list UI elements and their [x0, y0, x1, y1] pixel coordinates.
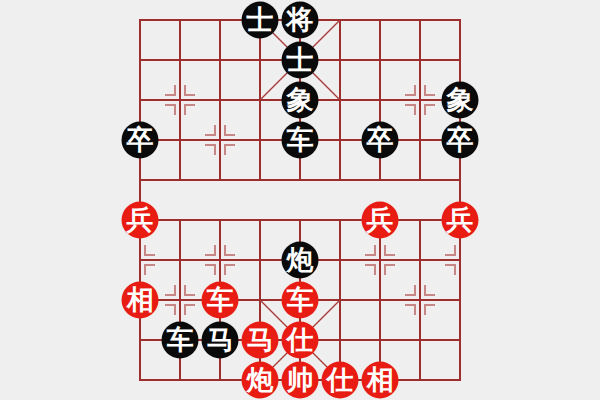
board-point-e7[interactable]: 车 [280, 120, 320, 160]
board-point-f2[interactable] [320, 320, 360, 360]
black-advisor[interactable]: 士 [242, 2, 279, 39]
board-point-g6[interactable] [360, 160, 400, 200]
board-point-d3[interactable] [240, 280, 280, 320]
board-point-b7[interactable] [160, 120, 200, 160]
xiangqi-board: 士将士象象卒车卒卒兵兵兵炮相车车车马马仕炮帅仕相 [120, 0, 480, 400]
board-point-c3[interactable]: 车 [200, 280, 240, 320]
black-advisor[interactable]: 士 [282, 42, 319, 79]
board-point-b9[interactable] [160, 40, 200, 80]
red-general[interactable]: 帅 [282, 362, 319, 399]
board-point-f1[interactable]: 仕 [320, 360, 360, 400]
board-point-a5[interactable]: 兵 [120, 200, 160, 240]
board-point-a7[interactable]: 卒 [120, 120, 160, 160]
board-point-i3[interactable] [440, 280, 480, 320]
board-point-g3[interactable] [360, 280, 400, 320]
board-point-e8[interactable]: 象 [280, 80, 320, 120]
black-chariot[interactable]: 车 [162, 322, 199, 359]
board-point-h9[interactable] [400, 40, 440, 80]
board-point-a8[interactable] [120, 80, 160, 120]
board-point-a6[interactable] [120, 160, 160, 200]
board-point-a2[interactable] [120, 320, 160, 360]
board-point-c5[interactable] [200, 200, 240, 240]
board-point-b8[interactable] [160, 80, 200, 120]
board-point-i8[interactable]: 象 [440, 80, 480, 120]
board-point-i7[interactable]: 卒 [440, 120, 480, 160]
board-point-f4[interactable] [320, 240, 360, 280]
board-point-e1[interactable]: 帅 [280, 360, 320, 400]
red-cannon[interactable]: 炮 [242, 362, 279, 399]
board-point-c6[interactable] [200, 160, 240, 200]
board-point-f3[interactable] [320, 280, 360, 320]
board-point-d2[interactable]: 马 [240, 320, 280, 360]
board-intersection-grid: 士将士象象卒车卒卒兵兵兵炮相车车车马马仕炮帅仕相 [120, 0, 480, 400]
black-chariot[interactable]: 车 [282, 122, 319, 159]
red-horse[interactable]: 马 [242, 322, 279, 359]
board-point-h5[interactable] [400, 200, 440, 240]
board-point-g1[interactable]: 相 [360, 360, 400, 400]
board-point-d4[interactable] [240, 240, 280, 280]
board-point-h1[interactable] [400, 360, 440, 400]
board-point-g5[interactable]: 兵 [360, 200, 400, 240]
board-point-g4[interactable] [360, 240, 400, 280]
board-point-b1[interactable] [160, 360, 200, 400]
board-point-a9[interactable] [120, 40, 160, 80]
board-point-b4[interactable] [160, 240, 200, 280]
board-point-h2[interactable] [400, 320, 440, 360]
board-point-d1[interactable]: 炮 [240, 360, 280, 400]
red-chariot[interactable]: 车 [202, 282, 239, 319]
board-point-c9[interactable] [200, 40, 240, 80]
board-point-e2[interactable]: 仕 [280, 320, 320, 360]
board-point-i9[interactable] [440, 40, 480, 80]
board-point-f5[interactable] [320, 200, 360, 240]
board-point-d10[interactable]: 士 [240, 0, 280, 40]
black-soldier[interactable]: 卒 [122, 122, 159, 159]
black-soldier[interactable]: 卒 [442, 122, 479, 159]
board-point-d5[interactable] [240, 200, 280, 240]
board-point-c1[interactable] [200, 360, 240, 400]
board-point-f10[interactable] [320, 0, 360, 40]
black-cannon[interactable]: 炮 [282, 242, 319, 279]
board-point-g8[interactable] [360, 80, 400, 120]
board-point-g2[interactable] [360, 320, 400, 360]
board-point-e3[interactable]: 车 [280, 280, 320, 320]
board-point-i10[interactable] [440, 0, 480, 40]
board-point-h10[interactable] [400, 0, 440, 40]
board-point-f9[interactable] [320, 40, 360, 80]
board-point-b10[interactable] [160, 0, 200, 40]
board-point-d9[interactable] [240, 40, 280, 80]
board-point-c4[interactable] [200, 240, 240, 280]
board-point-a4[interactable] [120, 240, 160, 280]
board-point-e4[interactable]: 炮 [280, 240, 320, 280]
board-point-d7[interactable] [240, 120, 280, 160]
red-soldier[interactable]: 兵 [362, 202, 399, 239]
red-elephant[interactable]: 相 [362, 362, 399, 399]
board-point-i4[interactable] [440, 240, 480, 280]
board-point-h3[interactable] [400, 280, 440, 320]
black-horse[interactable]: 马 [202, 322, 239, 359]
board-point-f8[interactable] [320, 80, 360, 120]
board-point-h4[interactable] [400, 240, 440, 280]
board-point-i5[interactable]: 兵 [440, 200, 480, 240]
board-point-a1[interactable] [120, 360, 160, 400]
board-point-i6[interactable] [440, 160, 480, 200]
board-point-g10[interactable] [360, 0, 400, 40]
black-soldier[interactable]: 卒 [362, 122, 399, 159]
board-point-g9[interactable] [360, 40, 400, 80]
red-chariot[interactable]: 车 [282, 282, 319, 319]
board-point-a10[interactable] [120, 0, 160, 40]
red-soldier[interactable]: 兵 [442, 202, 479, 239]
black-elephant[interactable]: 象 [282, 82, 319, 119]
board-point-b3[interactable] [160, 280, 200, 320]
board-point-d6[interactable] [240, 160, 280, 200]
board-point-b6[interactable] [160, 160, 200, 200]
red-elephant[interactable]: 相 [122, 282, 159, 319]
board-point-e10[interactable]: 将 [280, 0, 320, 40]
board-point-e5[interactable] [280, 200, 320, 240]
red-advisor[interactable]: 仕 [282, 322, 319, 359]
board-point-b2[interactable]: 车 [160, 320, 200, 360]
board-point-d8[interactable] [240, 80, 280, 120]
board-point-h6[interactable] [400, 160, 440, 200]
red-advisor[interactable]: 仕 [322, 362, 359, 399]
board-point-h7[interactable] [400, 120, 440, 160]
board-point-a3[interactable]: 相 [120, 280, 160, 320]
board-point-g7[interactable]: 卒 [360, 120, 400, 160]
xiangqi-app-screen: 士将士象象卒车卒卒兵兵兵炮相车车车马马仕炮帅仕相 [0, 0, 600, 400]
board-point-c2[interactable]: 马 [200, 320, 240, 360]
board-point-h8[interactable] [400, 80, 440, 120]
black-general[interactable]: 将 [282, 2, 319, 39]
board-point-f7[interactable] [320, 120, 360, 160]
board-point-e6[interactable] [280, 160, 320, 200]
board-point-e9[interactable]: 士 [280, 40, 320, 80]
board-point-c10[interactable] [200, 0, 240, 40]
board-point-c7[interactable] [200, 120, 240, 160]
black-elephant[interactable]: 象 [442, 82, 479, 119]
red-soldier[interactable]: 兵 [122, 202, 159, 239]
board-point-b5[interactable] [160, 200, 200, 240]
board-point-f6[interactable] [320, 160, 360, 200]
board-point-c8[interactable] [200, 80, 240, 120]
board-point-i1[interactable] [440, 360, 480, 400]
board-point-i2[interactable] [440, 320, 480, 360]
